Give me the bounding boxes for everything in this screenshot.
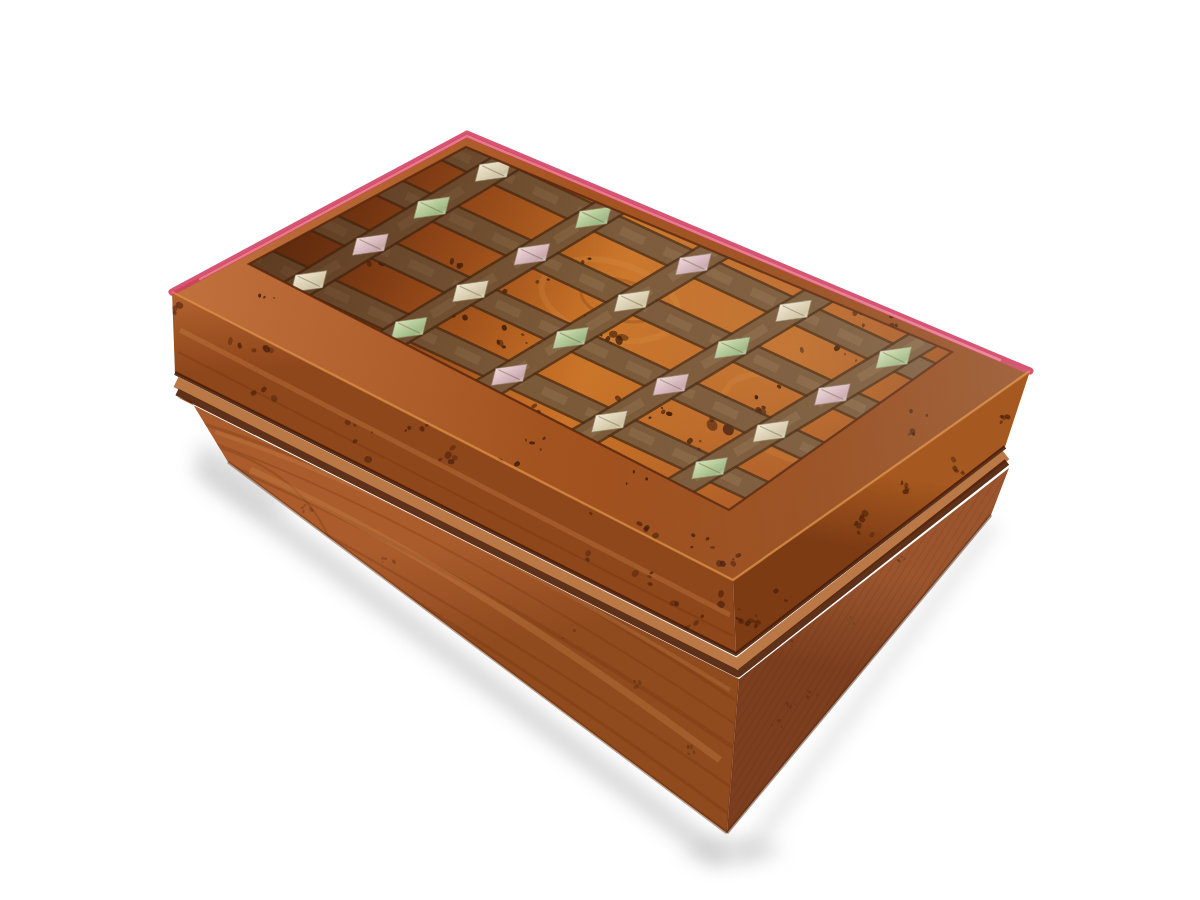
wooden-box-illustration — [0, 0, 1200, 900]
product-photo — [0, 0, 1200, 900]
